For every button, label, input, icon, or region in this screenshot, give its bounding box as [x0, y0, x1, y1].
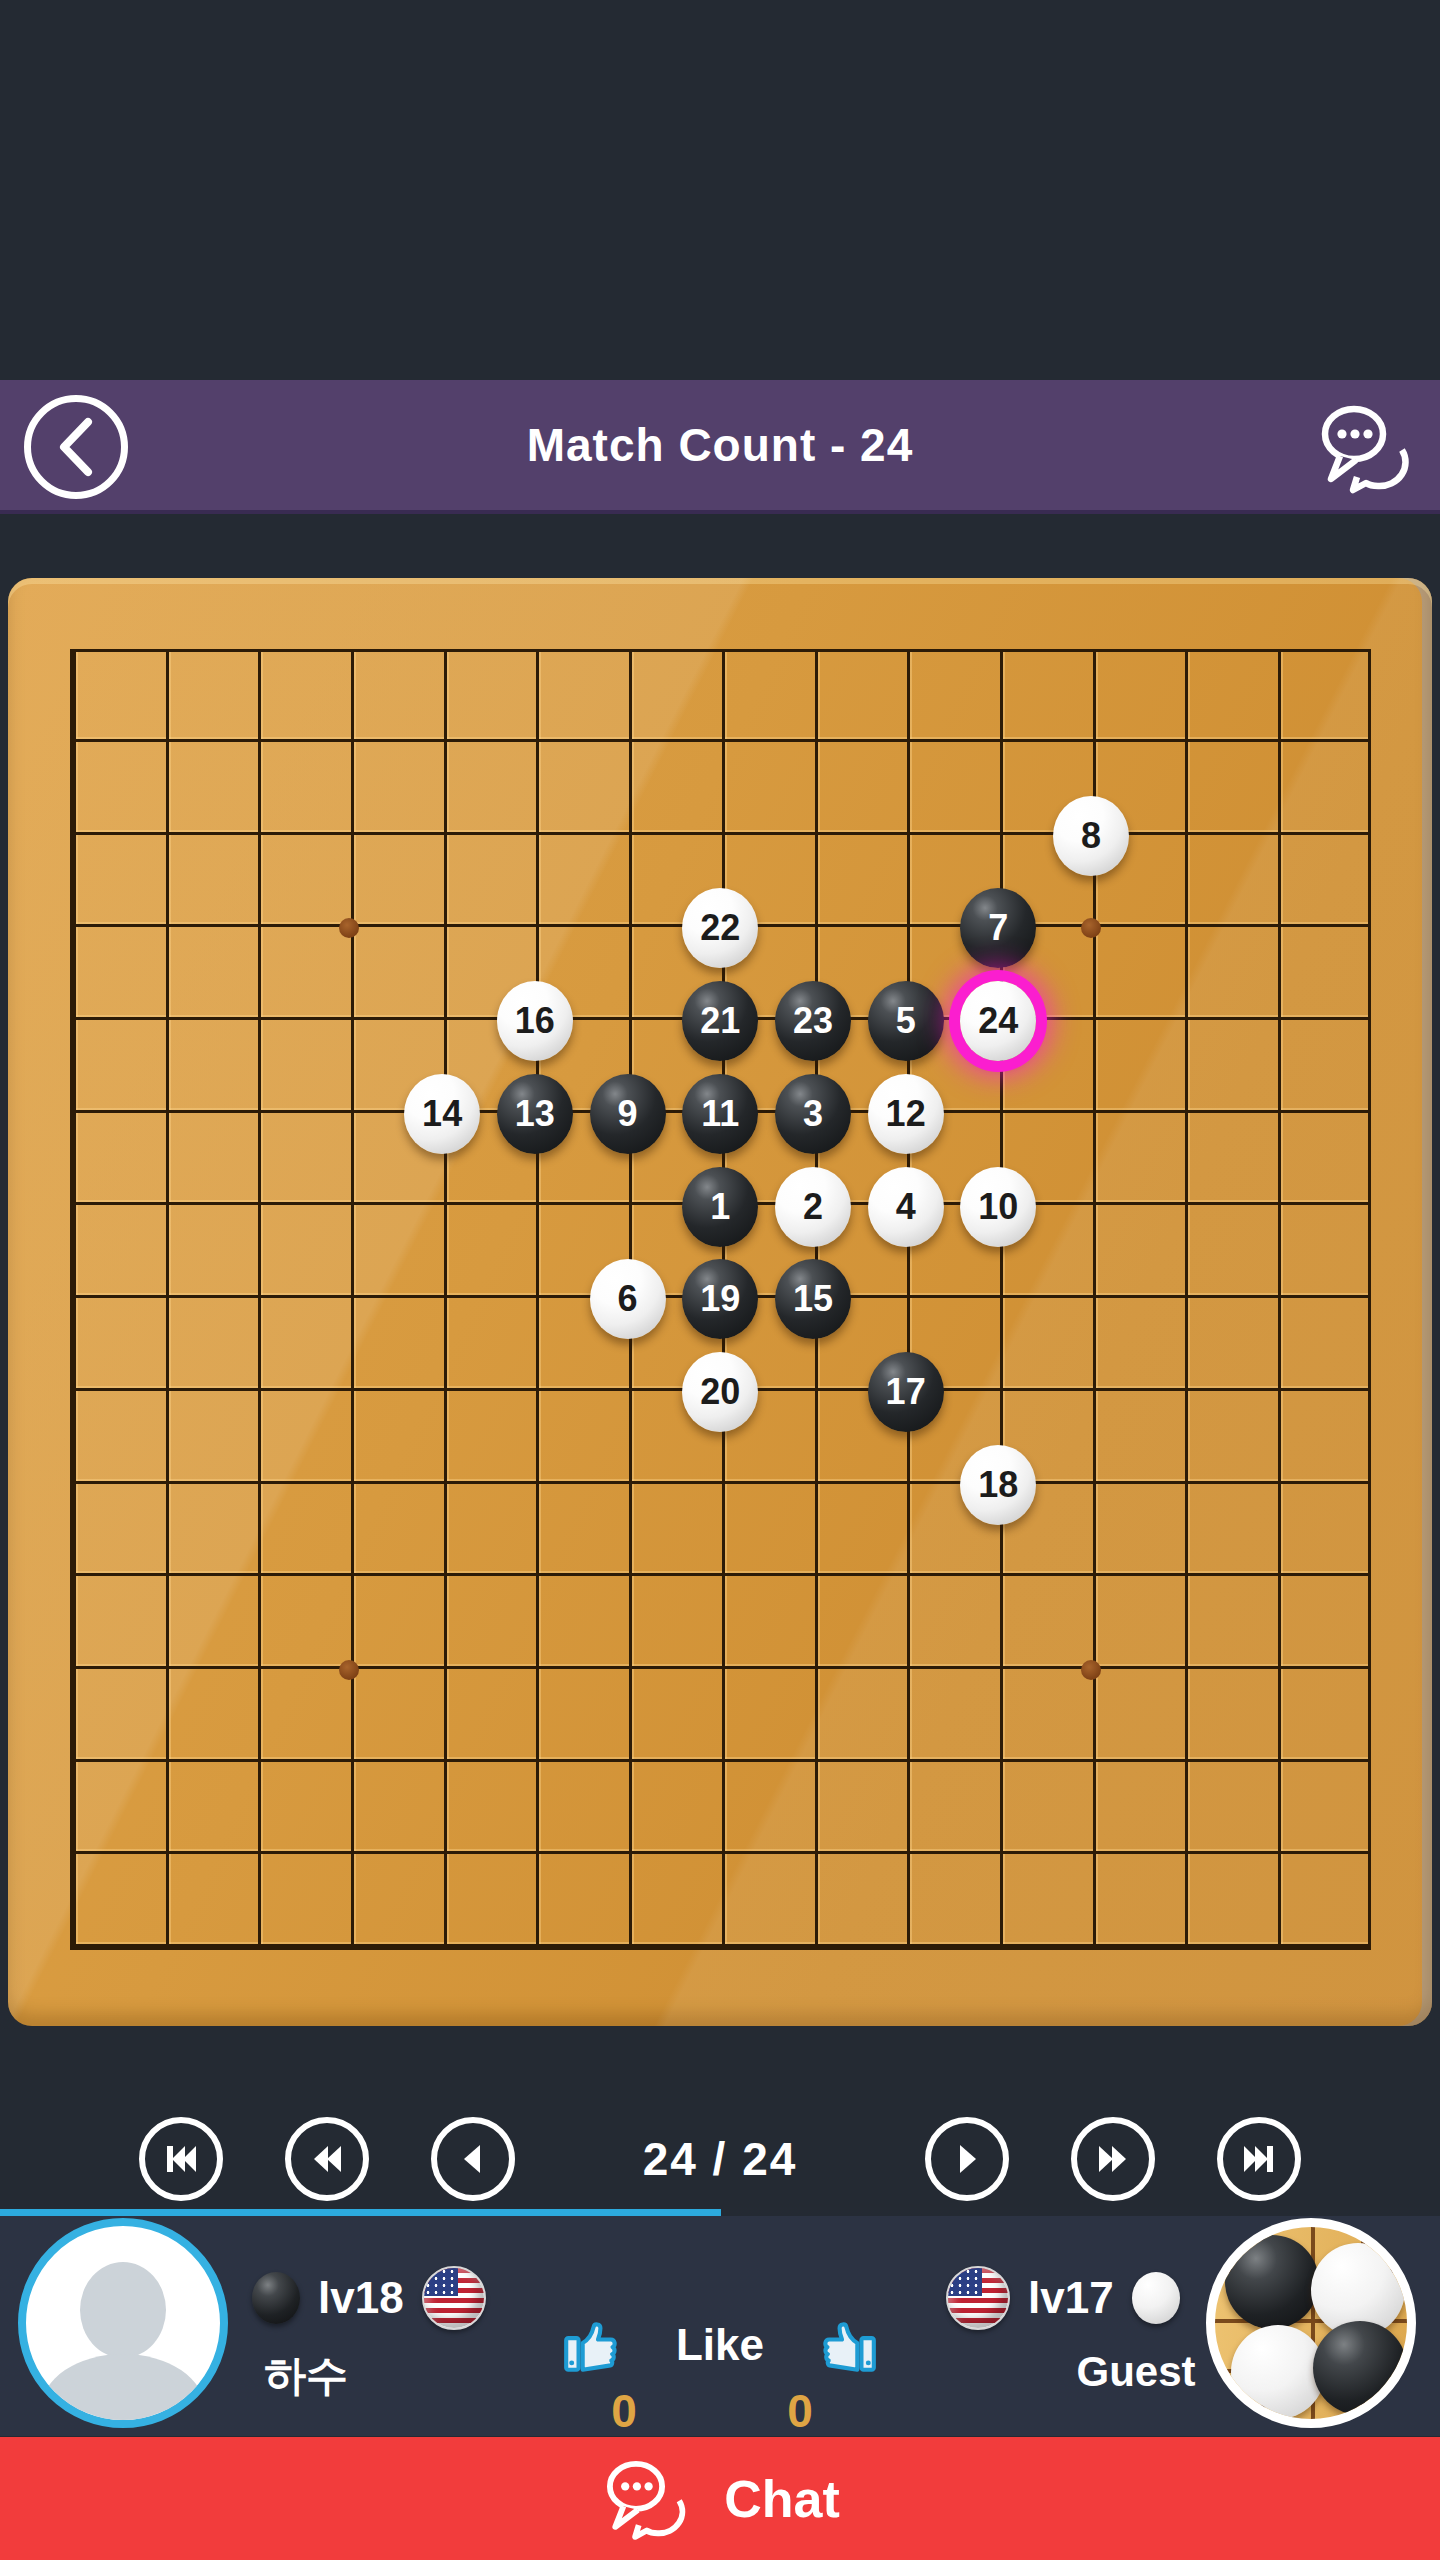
stone-move-18: 18: [960, 1445, 1036, 1525]
stone-move-4: 4: [868, 1167, 944, 1247]
right-player-flag-us: [946, 2266, 1010, 2330]
fast-forward-button[interactable]: [1071, 2117, 1155, 2201]
skip-to-end-button[interactable]: [1217, 2117, 1301, 2201]
stone-move-9: 9: [590, 1074, 666, 1154]
board-grid: 123456789101112131415161718192021222324: [25, 604, 1416, 1995]
skip-to-start-button[interactable]: [139, 2117, 223, 2201]
replay-progress-bar[interactable]: [0, 2209, 721, 2216]
replay-controls: 24 / 24: [0, 2106, 1440, 2212]
right-player-name: Guest: [1076, 2348, 1195, 2396]
stone-move-10: 10: [960, 1167, 1036, 1247]
previous-move-button[interactable]: [431, 2117, 515, 2201]
right-player-meta: lv17: [946, 2266, 1180, 2330]
stone-move-20: 20: [682, 1352, 758, 1432]
stone-move-23: 23: [775, 981, 851, 1061]
stone-move-22: 22: [682, 888, 758, 968]
stone-move-7: 7: [960, 888, 1036, 968]
like-left-button[interactable]: [560, 2312, 626, 2378]
black-stone-icon: [252, 2272, 300, 2324]
right-player-level: lv17: [1028, 2273, 1114, 2323]
left-player-flag-us: [422, 2266, 486, 2330]
chat-bubbles-icon[interactable]: [1314, 398, 1414, 498]
avatar-black-stone: [1225, 2235, 1319, 2329]
like-count-left: 0: [611, 2384, 637, 2438]
play-button[interactable]: [925, 2117, 1009, 2201]
stone-move-2: 2: [775, 1167, 851, 1247]
stone-move-16: 16: [497, 981, 573, 1061]
stone-move-6: 6: [590, 1259, 666, 1339]
chat-label: Chat: [724, 2469, 840, 2529]
avatar-white-stone: [1231, 2325, 1325, 2419]
star-point: [1081, 1660, 1101, 1680]
like-label: Like: [676, 2320, 764, 2370]
move-counter: 24 / 24: [580, 2132, 860, 2186]
white-stone-icon: [1132, 2272, 1180, 2324]
left-player-level: lv18: [318, 2273, 404, 2323]
chat-bar[interactable]: Chat: [0, 2437, 1440, 2560]
stone-move-21: 21: [682, 981, 758, 1061]
chat-bubbles-icon: [600, 2454, 690, 2544]
stone-move-17: 17: [868, 1352, 944, 1432]
stone-move-19: 19: [682, 1259, 758, 1339]
page-title: Match Count - 24: [0, 418, 1440, 472]
star-point: [339, 1660, 359, 1680]
stone-move-24: 24: [960, 981, 1036, 1061]
stone-move-3: 3: [775, 1074, 851, 1154]
stone-move-14: 14: [404, 1074, 480, 1154]
person-silhouette-icon: [80, 2262, 166, 2358]
stone-move-13: 13: [497, 1074, 573, 1154]
stone-move-15: 15: [775, 1259, 851, 1339]
stone-move-1: 1: [682, 1167, 758, 1247]
star-point: [1081, 918, 1101, 938]
like-count-right: 0: [787, 2384, 813, 2438]
stone-move-12: 12: [868, 1074, 944, 1154]
left-player-meta: lv18: [252, 2266, 486, 2330]
like-right-button[interactable]: [814, 2312, 880, 2378]
header-bar: Match Count - 24: [0, 380, 1440, 514]
stone-move-5: 5: [868, 981, 944, 1061]
stone-move-8: 8: [1053, 796, 1129, 876]
gomoku-replay-screen: { "colors": { "background": "#242a33", "…: [0, 0, 1440, 2560]
star-point: [339, 918, 359, 938]
like-row: Like: [560, 2312, 880, 2378]
rewind-button[interactable]: [285, 2117, 369, 2201]
right-player-avatar[interactable]: [1206, 2218, 1416, 2428]
left-player-avatar[interactable]: [18, 2218, 228, 2428]
left-player-name: 하수: [264, 2348, 348, 2404]
gomoku-board[interactable]: 123456789101112131415161718192021222324: [8, 578, 1432, 2026]
stone-move-11: 11: [682, 1074, 758, 1154]
